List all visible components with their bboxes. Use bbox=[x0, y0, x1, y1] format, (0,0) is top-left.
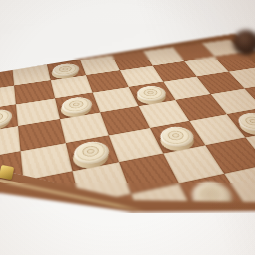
light-checker bbox=[156, 124, 198, 149]
board-surface bbox=[0, 0, 255, 255]
square-b8 bbox=[31, 245, 102, 255]
board-photo bbox=[0, 0, 255, 255]
board-grid bbox=[0, 40, 255, 255]
light-checker bbox=[72, 139, 113, 166]
light-checker bbox=[51, 62, 81, 78]
light-checker bbox=[134, 84, 170, 103]
square-d8 bbox=[146, 220, 221, 255]
square-c8 bbox=[90, 232, 163, 255]
square-e8 bbox=[198, 208, 255, 255]
square-a7 bbox=[0, 216, 31, 255]
square-b7 bbox=[27, 205, 90, 255]
board-frame bbox=[0, 34, 255, 255]
light-checker bbox=[60, 95, 94, 115]
dark-checker-partial bbox=[233, 30, 255, 55]
